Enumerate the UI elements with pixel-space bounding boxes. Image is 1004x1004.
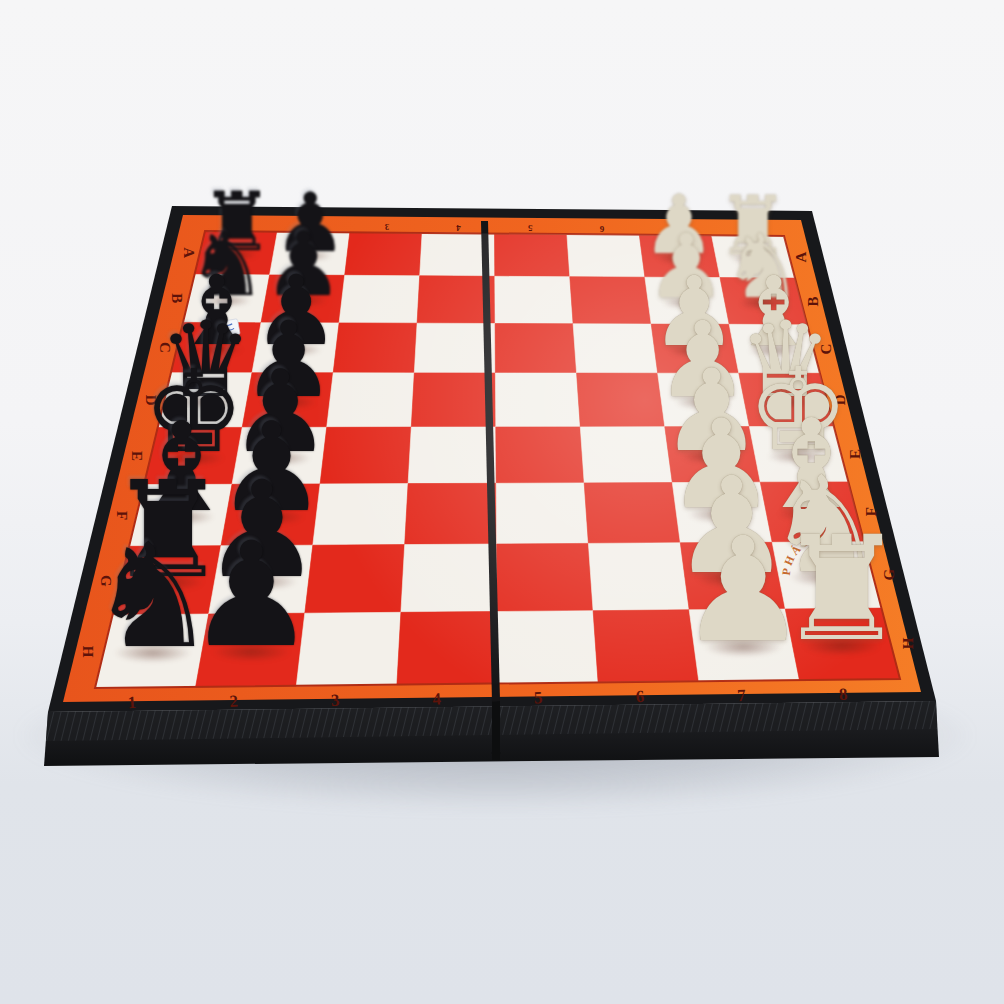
rank-label-right: B (805, 296, 821, 306)
file-label-near: 5 (534, 688, 543, 707)
file-label-far: 6 (599, 224, 604, 234)
rank-label-left: A (181, 247, 197, 258)
rank-label-left: F (114, 511, 130, 520)
file-label-far: 1 (241, 221, 246, 231)
rank-label-left: G (98, 575, 114, 587)
file-label-near: 3 (330, 690, 339, 709)
glare-highlight (95, 231, 900, 688)
glare-overlay (95, 231, 900, 688)
rank-label-left: E (129, 451, 145, 461)
rank-label-left: C (157, 342, 173, 353)
rank-label-right: C (818, 344, 834, 355)
rank-label-right: A (793, 252, 809, 263)
rank-label-left: D (143, 395, 159, 406)
file-label-far: 5 (527, 223, 532, 233)
file-label-near: 2 (229, 692, 238, 711)
file-label-far: 7 (671, 225, 676, 235)
file-label-far: 8 (742, 225, 747, 235)
rank-label-left: H (80, 646, 96, 658)
rank-label-right: H (900, 637, 916, 649)
file-label-near: 7 (737, 686, 747, 705)
file-label-far: 3 (384, 222, 389, 232)
file-label-near: 6 (635, 687, 644, 706)
chess-set-product-photo: PHÁT TÀI ĐẠT Ý 1122334455667788AABBCCDDE… (0, 0, 1004, 1004)
rank-label-right: D (833, 394, 849, 405)
rank-label-right: F (863, 507, 879, 516)
file-label-near: 8 (838, 685, 847, 704)
rank-label-right: G (881, 569, 897, 581)
folding-chessboard: PHÁT TÀI ĐẠT Ý 1122334455667788AABBCCDDE… (0, 0, 1004, 1004)
file-label-near: 1 (127, 693, 136, 712)
fold-seam-band (492, 701, 500, 760)
file-label-near: 4 (432, 689, 442, 708)
file-label-far: 2 (313, 221, 318, 231)
rank-label-right: E (848, 449, 864, 459)
rank-label-left: B (169, 293, 185, 303)
file-label-far: 4 (456, 223, 461, 233)
